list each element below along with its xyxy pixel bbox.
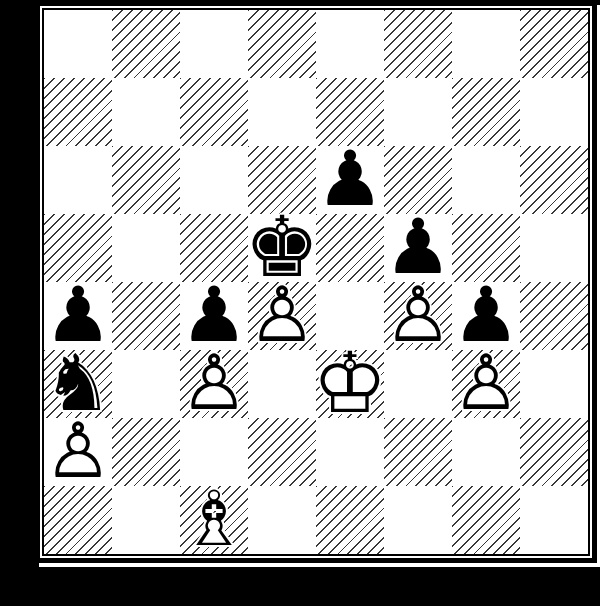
square-c3: ♟♙ <box>180 350 248 418</box>
square-b1 <box>112 486 180 554</box>
black-pawn: ♟ <box>384 213 452 281</box>
square-b2 <box>112 418 180 486</box>
white-pawn: ♙ <box>44 417 112 485</box>
square-a6 <box>44 146 112 214</box>
square-h5 <box>520 214 588 282</box>
square-f4: ♟♙ <box>384 282 452 350</box>
square-g3: ♟♙ <box>452 350 520 418</box>
square-a3: ♞♞ <box>44 350 112 418</box>
square-f3 <box>384 350 452 418</box>
board-inner-frame: ♟♟♚♚♟♟♟♟♟♟♟♙♟♙♟♟♞♞♟♙♚♔♟♙♟♙♝♗ <box>42 8 590 556</box>
square-f1 <box>384 486 452 554</box>
square-c1: ♝♗ <box>180 486 248 554</box>
black-king: ♚ <box>248 213 316 281</box>
square-g6 <box>452 146 520 214</box>
square-a8 <box>44 10 112 78</box>
piece-fill: ♟ <box>316 145 384 213</box>
square-f6 <box>384 146 452 214</box>
square-d4: ♟♙ <box>248 282 316 350</box>
white-bishop: ♗ <box>180 485 248 553</box>
white-pawn: ♙ <box>452 349 520 417</box>
white-pawn: ♙ <box>180 349 248 417</box>
black-pawn: ♟ <box>44 281 112 349</box>
piece-fill: ♟ <box>452 281 520 349</box>
square-d2 <box>248 418 316 486</box>
square-a5 <box>44 214 112 282</box>
square-d5: ♚♚ <box>248 214 316 282</box>
black-pawn: ♟ <box>452 281 520 349</box>
square-g2 <box>452 418 520 486</box>
square-c6 <box>180 146 248 214</box>
square-h8 <box>520 10 588 78</box>
piece-fill: ♝ <box>180 485 248 553</box>
square-e7 <box>316 78 384 146</box>
square-h7 <box>520 78 588 146</box>
chess-board: ♟♟♚♚♟♟♟♟♟♟♟♙♟♙♟♟♞♞♟♙♚♔♟♙♟♙♝♗ <box>44 10 588 554</box>
piece-fill: ♟ <box>180 281 248 349</box>
white-pawn: ♙ <box>248 281 316 349</box>
square-b4 <box>112 282 180 350</box>
square-g5 <box>452 214 520 282</box>
square-d8 <box>248 10 316 78</box>
square-a1 <box>44 486 112 554</box>
square-h6 <box>520 146 588 214</box>
piece-fill: ♟ <box>44 417 112 485</box>
square-g8 <box>452 10 520 78</box>
square-c7 <box>180 78 248 146</box>
piece-fill: ♟ <box>452 349 520 417</box>
square-g1 <box>452 486 520 554</box>
square-c5 <box>180 214 248 282</box>
square-b5 <box>112 214 180 282</box>
square-f5: ♟♟ <box>384 214 452 282</box>
square-c8 <box>180 10 248 78</box>
square-b3 <box>112 350 180 418</box>
square-d1 <box>248 486 316 554</box>
square-b7 <box>112 78 180 146</box>
square-h1 <box>520 486 588 554</box>
piece-fill: ♞ <box>44 349 112 417</box>
square-b6 <box>112 146 180 214</box>
black-knight: ♞ <box>44 349 112 417</box>
square-g7 <box>452 78 520 146</box>
square-f8 <box>384 10 452 78</box>
square-e6: ♟♟ <box>316 146 384 214</box>
square-h3 <box>520 350 588 418</box>
piece-fill: ♟ <box>180 349 248 417</box>
board-frame: ♟♟♚♚♟♟♟♟♟♟♟♙♟♙♟♟♞♞♟♙♚♔♟♙♟♙♝♗ <box>35 1 597 563</box>
square-a4: ♟♟ <box>44 282 112 350</box>
square-h2 <box>520 418 588 486</box>
square-f7 <box>384 78 452 146</box>
white-pawn: ♙ <box>384 281 452 349</box>
square-e5 <box>316 214 384 282</box>
black-pawn: ♟ <box>180 281 248 349</box>
square-d3 <box>248 350 316 418</box>
piece-fill: ♟ <box>44 281 112 349</box>
square-h4 <box>520 282 588 350</box>
square-e8 <box>316 10 384 78</box>
piece-fill: ♟ <box>384 281 452 349</box>
square-e1 <box>316 486 384 554</box>
square-g4: ♟♟ <box>452 282 520 350</box>
square-d6 <box>248 146 316 214</box>
square-f2 <box>384 418 452 486</box>
white-king: ♔ <box>316 349 384 417</box>
square-d7 <box>248 78 316 146</box>
piece-fill: ♚ <box>248 213 316 281</box>
square-e2 <box>316 418 384 486</box>
piece-fill: ♟ <box>248 281 316 349</box>
square-c4: ♟♟ <box>180 282 248 350</box>
square-e4 <box>316 282 384 350</box>
piece-fill: ♚ <box>316 349 384 417</box>
square-a2: ♟♙ <box>44 418 112 486</box>
square-e3: ♚♔ <box>316 350 384 418</box>
square-a7 <box>44 78 112 146</box>
black-pawn: ♟ <box>316 145 384 213</box>
square-b8 <box>112 10 180 78</box>
square-c2 <box>180 418 248 486</box>
piece-fill: ♟ <box>384 213 452 281</box>
